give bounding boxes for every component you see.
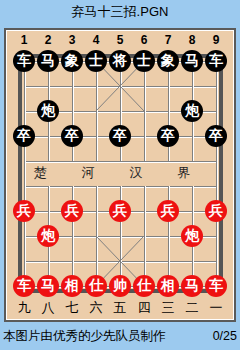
piece-red-advisor[interactable]: 仕 xyxy=(85,275,107,297)
piece-black-advisor[interactable]: 士 xyxy=(133,50,155,72)
file-label-top: 5 xyxy=(111,33,129,47)
piece-black-soldier[interactable]: 卒 xyxy=(205,125,227,147)
piece-red-advisor[interactable]: 仕 xyxy=(133,275,155,297)
piece-red-horse[interactable]: 马 xyxy=(37,275,59,297)
file-label-top: 9 xyxy=(207,33,225,47)
piece-black-chariot[interactable]: 车 xyxy=(13,50,35,72)
piece-red-cannon[interactable]: 炮 xyxy=(181,225,203,247)
piece-red-soldier[interactable]: 兵 xyxy=(109,200,131,222)
piece-red-soldier[interactable]: 兵 xyxy=(13,200,35,222)
piece-black-soldier[interactable]: 卒 xyxy=(13,125,35,147)
piece-black-advisor[interactable]: 士 xyxy=(85,50,107,72)
file-label-top: 7 xyxy=(159,33,177,47)
xiangqi-board[interactable]: 楚河汉界 123456789九八七六五四三二一 车马象士将士象马车炮炮卒卒卒卒卒… xyxy=(4,28,236,322)
file-label-top: 3 xyxy=(63,33,81,47)
title-bar: 弃马十三招.PGN xyxy=(0,0,240,28)
file-label-top: 6 xyxy=(135,33,153,47)
piece-black-horse[interactable]: 马 xyxy=(181,50,203,72)
piece-black-elephant[interactable]: 象 xyxy=(157,50,179,72)
piece-red-soldier[interactable]: 兵 xyxy=(157,200,179,222)
river-char: 界 xyxy=(176,165,192,180)
piece-red-elephant[interactable]: 相 xyxy=(157,275,179,297)
river-char: 楚 xyxy=(32,165,48,180)
piece-black-general[interactable]: 将 xyxy=(109,50,131,72)
file-label-bottom: 一 xyxy=(207,301,225,315)
status-bar: 本图片由优秀的少先队员制作 0/25 xyxy=(0,322,240,350)
piece-black-elephant[interactable]: 象 xyxy=(61,50,83,72)
file-label-bottom: 九 xyxy=(15,301,33,315)
piece-black-cannon[interactable]: 炮 xyxy=(37,100,59,122)
file-label-bottom: 四 xyxy=(135,301,153,315)
piece-red-horse[interactable]: 马 xyxy=(181,275,203,297)
piece-red-elephant[interactable]: 相 xyxy=(61,275,83,297)
file-label-bottom: 二 xyxy=(183,301,201,315)
app-window: 弃马十三招.PGN 楚河汉界 123456789九八七六五四三二一 车马象士将士… xyxy=(0,0,240,350)
piece-black-cannon[interactable]: 炮 xyxy=(181,100,203,122)
file-label-bottom: 三 xyxy=(159,301,177,315)
file-label-bottom: 八 xyxy=(39,301,57,315)
file-label-top: 2 xyxy=(39,33,57,47)
piece-red-soldier[interactable]: 兵 xyxy=(205,200,227,222)
file-label-top: 4 xyxy=(87,33,105,47)
piece-black-soldier[interactable]: 卒 xyxy=(109,125,131,147)
piece-black-soldier[interactable]: 卒 xyxy=(157,125,179,147)
file-label-bottom: 六 xyxy=(87,301,105,315)
piece-red-soldier[interactable]: 兵 xyxy=(61,200,83,222)
file-label-bottom: 七 xyxy=(63,301,81,315)
piece-black-horse[interactable]: 马 xyxy=(37,50,59,72)
move-counter: 0/25 xyxy=(213,329,237,343)
file-label-top: 8 xyxy=(183,33,201,47)
piece-black-chariot[interactable]: 车 xyxy=(205,50,227,72)
piece-red-cannon[interactable]: 炮 xyxy=(37,225,59,247)
piece-red-chariot[interactable]: 车 xyxy=(205,275,227,297)
credit-text: 本图片由优秀的少先队员制作 xyxy=(3,328,166,345)
piece-red-general[interactable]: 帅 xyxy=(109,275,131,297)
file-label-top: 1 xyxy=(15,33,33,47)
river-char: 汉 xyxy=(128,165,144,180)
piece-red-chariot[interactable]: 车 xyxy=(13,275,35,297)
river-char: 河 xyxy=(80,165,96,180)
file-label-bottom: 五 xyxy=(111,301,129,315)
piece-black-soldier[interactable]: 卒 xyxy=(61,125,83,147)
window-title: 弃马十三招.PGN xyxy=(72,3,169,21)
